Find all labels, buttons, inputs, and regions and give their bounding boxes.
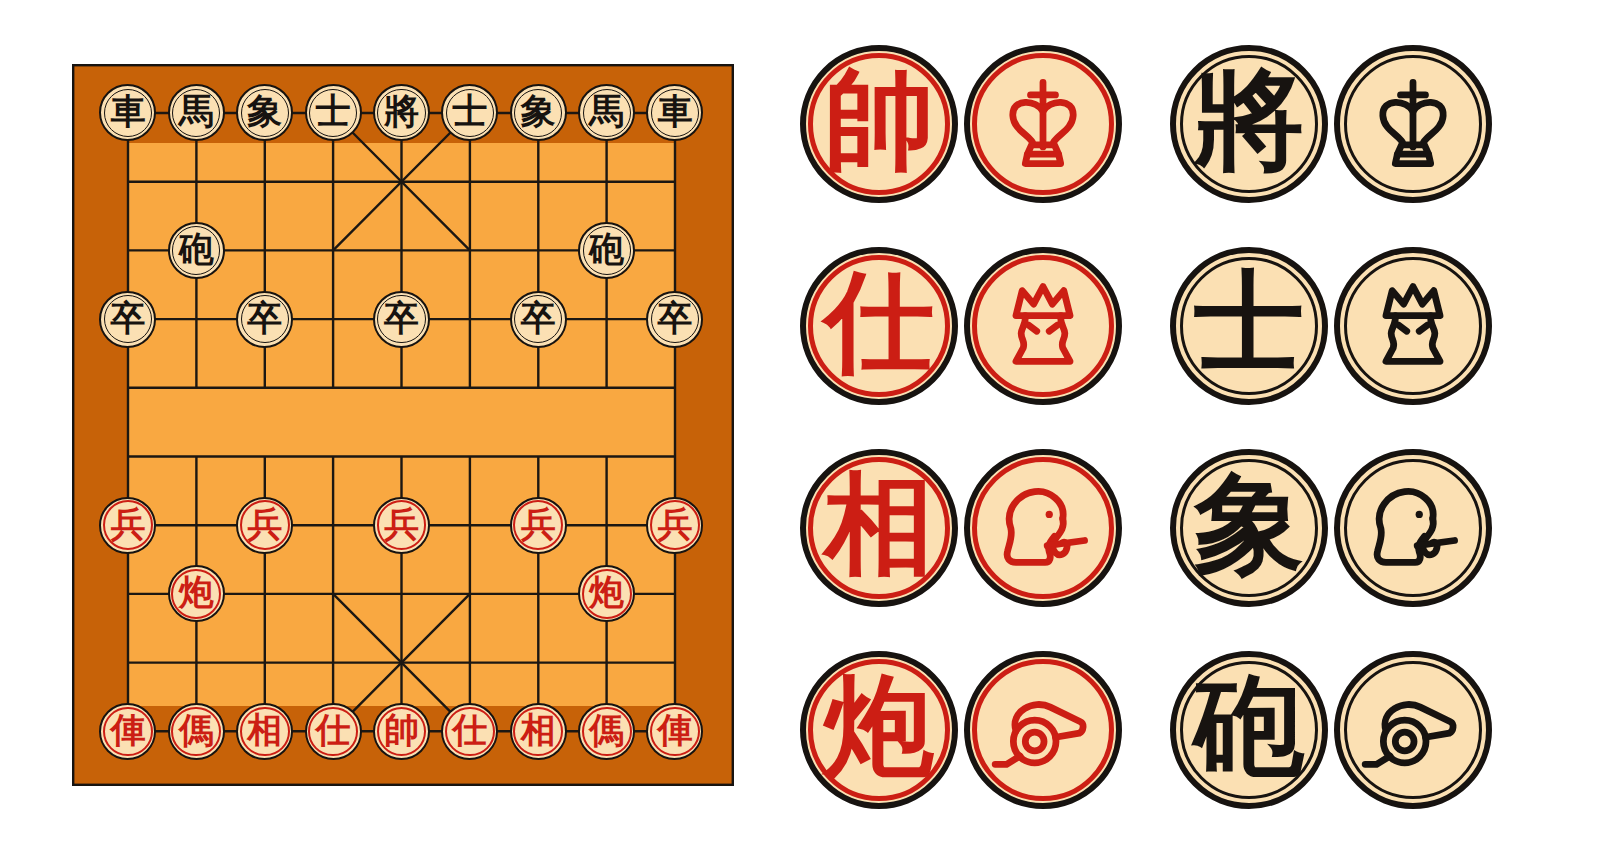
board-intersection-h8: 砲 <box>572 216 640 285</box>
piece-black-soldier[interactable]: 卒 <box>236 291 293 348</box>
legend-red-elephant-character: 相 <box>800 449 958 607</box>
king-crown-icon <box>1361 72 1465 176</box>
piece-character: 將 <box>1194 65 1304 175</box>
legend-black-elephant-pictogram <box>1334 449 1492 607</box>
legend-red-advisor-pictogram <box>964 247 1122 405</box>
legend-red-elephant-pictogram <box>964 449 1122 607</box>
piece-red-cannon[interactable]: 炮 <box>168 565 225 622</box>
legend-black-advisor-character: 士 <box>1170 247 1328 405</box>
king-crown-icon <box>991 72 1095 176</box>
piece-character: 兵 <box>657 507 692 542</box>
piece-red-soldier[interactable]: 兵 <box>646 497 703 554</box>
piece-legend: 帥將仕士相象炮砲 <box>800 45 1492 809</box>
board-intersection-b8: 砲 <box>162 216 230 285</box>
piece-character: 相 <box>247 713 282 748</box>
board-intersection-b1: 傌 <box>162 697 230 766</box>
piece-red-chariot[interactable]: 俥 <box>99 703 156 760</box>
piece-character: 卒 <box>657 301 692 336</box>
piece-black-soldier[interactable]: 卒 <box>510 291 567 348</box>
legend-red-general-pictogram <box>964 45 1122 203</box>
xiangqi-board: 車馬象士將士象馬車砲砲卒卒卒卒卒兵兵兵兵兵炮炮俥傌相仕帥仕相傌俥 <box>72 64 734 786</box>
piece-red-soldier[interactable]: 兵 <box>99 497 156 554</box>
board-intersection-g10: 象 <box>504 79 572 148</box>
legend-row-general: 帥將 <box>800 45 1492 203</box>
advisor-crown-icon <box>1361 274 1465 378</box>
piece-character: 砲 <box>589 232 624 267</box>
piece-character: 相 <box>824 469 934 579</box>
piece-character: 兵 <box>110 507 145 542</box>
cannon-icon <box>1361 678 1465 782</box>
piece-character: 車 <box>110 94 145 129</box>
piece-character: 卒 <box>384 301 419 336</box>
piece-character: 傌 <box>179 713 214 748</box>
board-intersection-h1: 傌 <box>572 697 640 766</box>
elephant-icon <box>991 476 1095 580</box>
piece-character: 兵 <box>521 507 556 542</box>
board-intersection-c1: 相 <box>231 697 299 766</box>
piece-character: 炮 <box>589 575 624 610</box>
board-grid: 車馬象士將士象馬車砲砲卒卒卒卒卒兵兵兵兵兵炮炮俥傌相仕帥仕相傌俥 <box>94 79 709 766</box>
piece-character: 士 <box>316 94 351 129</box>
piece-black-elephant[interactable]: 象 <box>236 84 293 141</box>
piece-red-advisor[interactable]: 仕 <box>305 703 362 760</box>
board-intersection-a10: 車 <box>94 79 162 148</box>
board-intersection-c4: 兵 <box>231 491 299 560</box>
board-intersection-i7: 卒 <box>641 285 709 354</box>
piece-red-horse[interactable]: 傌 <box>578 703 635 760</box>
piece-black-advisor[interactable]: 士 <box>441 84 498 141</box>
board-intersection-c10: 象 <box>231 79 299 148</box>
piece-character: 象 <box>247 94 282 129</box>
board-intersection-a1: 俥 <box>94 697 162 766</box>
piece-character: 士 <box>1194 267 1304 377</box>
piece-character: 卒 <box>247 301 282 336</box>
piece-character: 仕 <box>316 713 351 748</box>
board-intersection-f1: 仕 <box>436 697 504 766</box>
board-intersection-e10: 將 <box>367 79 435 148</box>
piece-red-soldier[interactable]: 兵 <box>510 497 567 554</box>
board-intersection-g7: 卒 <box>504 285 572 354</box>
piece-black-horse[interactable]: 馬 <box>168 84 225 141</box>
board-intersection-b3: 炮 <box>162 560 230 629</box>
board-intersection-f10: 士 <box>436 79 504 148</box>
legend-red-cannon-character: 炮 <box>800 651 958 809</box>
piece-red-cannon[interactable]: 炮 <box>578 565 635 622</box>
piece-black-cannon[interactable]: 砲 <box>578 222 635 279</box>
piece-black-soldier[interactable]: 卒 <box>646 291 703 348</box>
piece-character: 仕 <box>824 267 934 377</box>
piece-character: 車 <box>657 94 692 129</box>
piece-red-elephant[interactable]: 相 <box>510 703 567 760</box>
board-intersection-e7: 卒 <box>367 285 435 354</box>
board-intersection-d1: 仕 <box>299 697 367 766</box>
piece-character: 傌 <box>589 713 624 748</box>
legend-row-cannon: 炮砲 <box>800 651 1492 809</box>
elephant-icon <box>1361 476 1465 580</box>
board-intersection-d10: 士 <box>299 79 367 148</box>
piece-black-advisor[interactable]: 士 <box>305 84 362 141</box>
legend-row-advisor: 仕士 <box>800 247 1492 405</box>
legend-black-general-character: 將 <box>1170 45 1328 203</box>
legend-black-advisor-pictogram <box>1334 247 1492 405</box>
piece-character: 馬 <box>179 94 214 129</box>
legend-black-elephant-character: 象 <box>1170 449 1328 607</box>
board-intersection-e4: 兵 <box>367 491 435 560</box>
legend-black-cannon-character: 砲 <box>1170 651 1328 809</box>
piece-character: 砲 <box>179 232 214 267</box>
board-intersection-e1: 帥 <box>367 697 435 766</box>
piece-black-soldier[interactable]: 卒 <box>99 291 156 348</box>
board-intersection-h10: 馬 <box>572 79 640 148</box>
piece-red-horse[interactable]: 傌 <box>168 703 225 760</box>
piece-character: 炮 <box>824 671 934 781</box>
legend-red-advisor-character: 仕 <box>800 247 958 405</box>
piece-black-general[interactable]: 將 <box>373 84 430 141</box>
piece-character: 帥 <box>384 713 419 748</box>
piece-black-chariot[interactable]: 車 <box>99 84 156 141</box>
advisor-crown-icon <box>991 274 1095 378</box>
piece-character: 將 <box>384 94 419 129</box>
piece-character: 相 <box>521 713 556 748</box>
piece-character: 炮 <box>179 575 214 610</box>
piece-red-elephant[interactable]: 相 <box>236 703 293 760</box>
piece-character: 仕 <box>452 713 487 748</box>
legend-red-general-character: 帥 <box>800 45 958 203</box>
board-intersection-g4: 兵 <box>504 491 572 560</box>
piece-character: 象 <box>521 94 556 129</box>
board-intersection-i1: 俥 <box>641 697 709 766</box>
piece-character: 馬 <box>589 94 624 129</box>
piece-character: 俥 <box>657 713 692 748</box>
piece-red-advisor[interactable]: 仕 <box>441 703 498 760</box>
legend-black-general-pictogram <box>1334 45 1492 203</box>
piece-character: 帥 <box>824 65 934 175</box>
piece-character: 俥 <box>110 713 145 748</box>
piece-black-chariot[interactable]: 車 <box>646 84 703 141</box>
board-intersection-i10: 車 <box>641 79 709 148</box>
piece-black-soldier[interactable]: 卒 <box>373 291 430 348</box>
board-intersection-b10: 馬 <box>162 79 230 148</box>
board-intersection-a7: 卒 <box>94 285 162 354</box>
legend-black-cannon-pictogram <box>1334 651 1492 809</box>
piece-character: 象 <box>1194 469 1304 579</box>
board-intersection-i4: 兵 <box>641 491 709 560</box>
piece-black-cannon[interactable]: 砲 <box>168 222 225 279</box>
board-intersection-c7: 卒 <box>231 285 299 354</box>
piece-red-soldier[interactable]: 兵 <box>236 497 293 554</box>
piece-red-general[interactable]: 帥 <box>373 703 430 760</box>
piece-red-soldier[interactable]: 兵 <box>373 497 430 554</box>
piece-character: 卒 <box>521 301 556 336</box>
piece-black-elephant[interactable]: 象 <box>510 84 567 141</box>
piece-character: 士 <box>452 94 487 129</box>
legend-red-cannon-pictogram <box>964 651 1122 809</box>
piece-red-chariot[interactable]: 俥 <box>646 703 703 760</box>
legend-row-elephant: 相象 <box>800 449 1492 607</box>
piece-character: 兵 <box>247 507 282 542</box>
piece-character: 卒 <box>110 301 145 336</box>
piece-character: 兵 <box>384 507 419 542</box>
board-intersection-a4: 兵 <box>94 491 162 560</box>
board-intersection-g1: 相 <box>504 697 572 766</box>
piece-character: 砲 <box>1194 671 1304 781</box>
piece-black-horse[interactable]: 馬 <box>578 84 635 141</box>
board-intersection-h3: 炮 <box>572 560 640 629</box>
cannon-icon <box>991 678 1095 782</box>
